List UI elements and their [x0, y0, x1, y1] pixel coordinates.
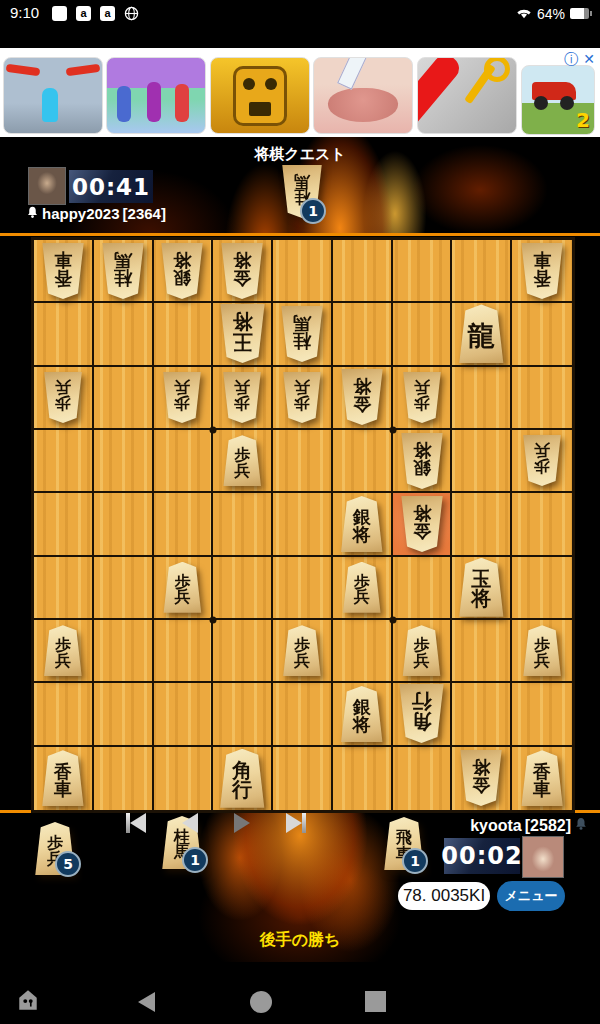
gote-piece: 歩兵 [154, 367, 212, 428]
square-1-7[interactable]: 歩兵 [512, 620, 572, 683]
bell-icon [26, 205, 39, 222]
sente-hand-rook-count: 1 [402, 848, 428, 874]
square-8-2[interactable] [94, 303, 154, 366]
square-9-8[interactable] [34, 683, 94, 746]
clock-time: 9:10 [10, 4, 39, 21]
gote-piece: 香車 [512, 240, 572, 301]
top-player-area: 将棋クエスト 00:41 happy2023 [2364] 桂馬 1 [0, 137, 600, 233]
gote-piece: 歩兵 [393, 367, 451, 428]
square-7-8[interactable] [154, 683, 214, 746]
amazon-a-icon: a [100, 6, 115, 21]
square-9-1[interactable]: 香車 [34, 240, 94, 303]
ad-tile-hill-climb-2[interactable]: 2 [521, 65, 595, 135]
square-1-8[interactable] [512, 683, 572, 746]
amazon-a-icon: a [76, 6, 91, 21]
square-2-3[interactable] [452, 367, 512, 430]
sente-piece: 香車 [34, 747, 92, 810]
square-5-8[interactable] [273, 683, 333, 746]
square-3-6[interactable] [393, 557, 453, 620]
sente-piece: 歩兵 [393, 620, 451, 681]
square-1-3[interactable] [512, 367, 572, 430]
menu-button[interactable]: メニュー [497, 881, 565, 911]
gote-piece: 王将 [213, 303, 271, 364]
gote-piece: 角行 [393, 683, 451, 744]
top-player-clock: 00:41 [69, 170, 153, 203]
square-3-3[interactable]: 歩兵 [393, 367, 453, 430]
square-3-5[interactable]: 金将 [393, 493, 453, 556]
first-move-button[interactable] [126, 813, 146, 833]
last-move-button[interactable] [286, 813, 306, 833]
star-point [210, 427, 217, 434]
square-6-3[interactable]: 歩兵 [213, 367, 273, 430]
square-3-2[interactable] [393, 303, 453, 366]
top-player-rating: [2364] [123, 205, 166, 222]
gote-piece: 香車 [34, 240, 92, 301]
sente-piece: 香車 [512, 747, 572, 810]
square-6-7[interactable] [213, 620, 273, 683]
square-2-8[interactable] [452, 683, 512, 746]
square-4-8[interactable]: 銀将 [333, 683, 393, 746]
sente-piece: 龍 [452, 303, 510, 364]
square-8-7[interactable] [94, 620, 154, 683]
ad-badge: 2 [576, 108, 590, 132]
gote-hand-knight-count: 1 [300, 198, 326, 224]
gote-hand-knight[interactable]: 桂馬 1 [281, 165, 323, 218]
square-5-1[interactable] [273, 240, 333, 303]
square-1-9[interactable]: 香車 [512, 747, 572, 810]
square-4-6[interactable]: 歩兵 [333, 557, 393, 620]
gote-piece: 桂馬 [94, 240, 152, 301]
square-5-6[interactable] [273, 557, 333, 620]
notification-square-icon [52, 6, 67, 21]
square-8-3[interactable] [94, 367, 154, 430]
square-2-1[interactable] [452, 240, 512, 303]
square-2-4[interactable] [452, 430, 512, 493]
status-bar: 9:10 a a 64% [0, 0, 600, 27]
bottom-player-name: kyoota [470, 817, 522, 835]
bottom-player-name-row: kyoota [2582] [470, 817, 588, 835]
gote-piece: 桂馬 [273, 303, 331, 364]
star-point [389, 617, 396, 624]
ad-tile-pull-the-pin[interactable] [417, 57, 517, 134]
square-5-5[interactable] [273, 493, 333, 556]
ad-close-icon[interactable]: ✕ [583, 52, 595, 66]
sente-piece: 歩兵 [333, 557, 391, 618]
square-4-3[interactable]: 金将 [333, 367, 393, 430]
ad-tile-temple-run[interactable] [210, 57, 310, 134]
bell-icon [574, 817, 588, 835]
result-text: 後手の勝ち [0, 930, 600, 951]
bottom-player-rating: [2582] [525, 817, 571, 835]
gote-piece: 金将 [333, 367, 391, 428]
square-4-5[interactable]: 銀将 [333, 493, 393, 556]
square-6-2[interactable]: 王将 [213, 303, 273, 366]
gote-piece: 金将 [213, 240, 271, 301]
square-8-8[interactable] [94, 683, 154, 746]
gote-piece: 銀将 [154, 240, 212, 301]
square-9-5[interactable] [34, 493, 94, 556]
square-7-7[interactable] [154, 620, 214, 683]
ad-tile-lip-filler[interactable] [313, 57, 413, 134]
screenshot-house-icon[interactable] [16, 988, 40, 1016]
square-6-6[interactable] [213, 557, 273, 620]
square-8-6[interactable] [94, 557, 154, 620]
square-4-2[interactable] [333, 303, 393, 366]
bottom-player-area: 歩兵 5 桂馬 1 飛車 1 kyoota [2582] 00:02 78. 0… [0, 813, 600, 962]
ad-tile-fashion-race[interactable] [106, 57, 206, 134]
back-icon[interactable] [138, 992, 155, 1012]
square-8-5[interactable] [94, 493, 154, 556]
square-2-5[interactable] [452, 493, 512, 556]
square-9-2[interactable] [34, 303, 94, 366]
square-2-2[interactable]: 龍 [452, 303, 512, 366]
sente-hand-pawn[interactable]: 歩兵 5 [34, 822, 76, 875]
wifi-icon [516, 5, 532, 23]
sente-hand-knight-count: 1 [182, 847, 208, 873]
square-5-4[interactable] [273, 430, 333, 493]
square-3-1[interactable] [393, 240, 453, 303]
square-9-3[interactable]: 歩兵 [34, 367, 94, 430]
square-7-6[interactable]: 歩兵 [154, 557, 214, 620]
move-label[interactable]: 78. 0035KI [398, 882, 490, 910]
gote-piece: 金将 [393, 493, 451, 554]
sente-piece: 歩兵 [512, 620, 572, 681]
square-1-6[interactable] [512, 557, 572, 620]
square-4-4[interactable] [333, 430, 393, 493]
square-9-7[interactable]: 歩兵 [34, 620, 94, 683]
square-4-7[interactable] [333, 620, 393, 683]
home-icon[interactable] [250, 991, 272, 1013]
square-1-1[interactable]: 香車 [512, 240, 572, 303]
globe-icon [124, 6, 139, 25]
gote-piece: 歩兵 [213, 367, 271, 428]
gote-piece: 歩兵 [512, 430, 572, 491]
sente-piece: 歩兵 [213, 430, 271, 491]
gote-piece: 金将 [452, 747, 510, 810]
square-3-9[interactable] [393, 747, 453, 810]
sente-hand-rook[interactable]: 飛車 1 [383, 817, 425, 870]
next-move-button[interactable] [234, 813, 250, 833]
ad-banner: 2 ⓘ ✕ [0, 48, 600, 137]
sente-piece: 銀将 [333, 493, 391, 554]
square-7-1[interactable]: 銀将 [154, 240, 214, 303]
sente-piece: 歩兵 [154, 557, 212, 618]
square-5-7[interactable]: 歩兵 [273, 620, 333, 683]
square-2-7[interactable] [452, 620, 512, 683]
square-7-3[interactable]: 歩兵 [154, 367, 214, 430]
square-1-5[interactable] [512, 493, 572, 556]
ad-info-icon[interactable]: ⓘ [564, 52, 578, 66]
bottom-player-avatar [522, 836, 564, 878]
app-title: 将棋クエスト [0, 145, 600, 164]
square-6-8[interactable] [213, 683, 273, 746]
sente-piece: 玉将 [452, 557, 510, 618]
top-player-name: happy2023 [42, 205, 120, 222]
star-point [210, 617, 217, 624]
square-4-1[interactable] [333, 240, 393, 303]
square-8-4[interactable] [94, 430, 154, 493]
square-4-9[interactable] [333, 747, 393, 810]
sente-piece: 歩兵 [34, 620, 92, 681]
square-3-8[interactable]: 角行 [393, 683, 453, 746]
square-5-2[interactable]: 桂馬 [273, 303, 333, 366]
board-grid: 香車桂馬銀将金将香車王将桂馬龍歩兵歩兵歩兵歩兵金将歩兵歩兵銀将歩兵銀将金将歩兵歩… [31, 237, 575, 813]
square-8-1[interactable]: 桂馬 [94, 240, 154, 303]
square-9-4[interactable] [34, 430, 94, 493]
square-1-2[interactable] [512, 303, 572, 366]
star-point [389, 427, 396, 434]
square-7-4[interactable] [154, 430, 214, 493]
recents-icon[interactable] [365, 991, 386, 1012]
sente-piece: 歩兵 [273, 620, 331, 681]
top-player-avatar [28, 167, 66, 205]
gote-piece: 歩兵 [273, 367, 331, 428]
gote-piece: 銀将 [393, 430, 451, 491]
square-7-5[interactable] [154, 493, 214, 556]
previous-move-button[interactable] [182, 813, 198, 833]
square-7-9[interactable] [154, 747, 214, 810]
gote-piece: 歩兵 [34, 367, 92, 428]
board-zone: 香車桂馬銀将金将香車王将桂馬龍歩兵歩兵歩兵歩兵金将歩兵歩兵銀将歩兵銀将金将歩兵歩… [0, 233, 600, 813]
android-nav-bar [0, 962, 600, 1024]
sente-piece: 角行 [213, 747, 271, 810]
square-9-9[interactable]: 香車 [34, 747, 94, 810]
sente-piece: 銀将 [333, 683, 391, 744]
battery-icon [570, 8, 589, 19]
sente-hand-pawn-count: 5 [55, 851, 81, 877]
battery-percent: 64% [537, 6, 565, 22]
top-player-name-row: happy2023 [2364] [26, 205, 166, 222]
square-6-1[interactable]: 金将 [213, 240, 273, 303]
ad-tile-obstacle-runner[interactable] [3, 57, 103, 134]
square-2-9[interactable]: 金将 [452, 747, 512, 810]
square-3-4[interactable]: 銀将 [393, 430, 453, 493]
screen: 9:10 a a 64% [0, 0, 600, 1024]
square-1-4[interactable]: 歩兵 [512, 430, 572, 493]
square-8-9[interactable] [94, 747, 154, 810]
square-2-6[interactable]: 玉将 [452, 557, 512, 620]
square-6-4[interactable]: 歩兵 [213, 430, 273, 493]
square-5-9[interactable] [273, 747, 333, 810]
square-6-5[interactable] [213, 493, 273, 556]
square-3-7[interactable]: 歩兵 [393, 620, 453, 683]
square-5-3[interactable]: 歩兵 [273, 367, 333, 430]
square-7-2[interactable] [154, 303, 214, 366]
square-9-6[interactable] [34, 557, 94, 620]
square-6-9[interactable]: 角行 [213, 747, 273, 810]
bottom-player-clock: 00:02 [444, 838, 520, 874]
